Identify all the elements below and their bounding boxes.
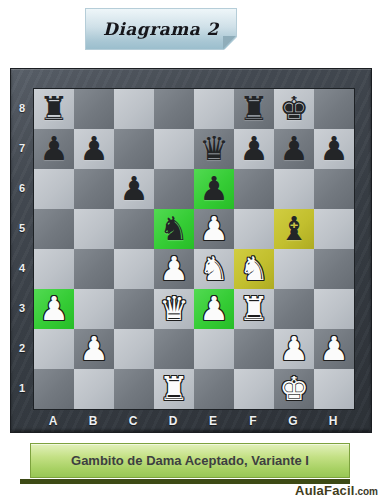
file-label-c: C	[113, 409, 153, 433]
square-b1[interactable]	[74, 369, 114, 409]
square-f1[interactable]	[234, 369, 274, 409]
square-g5[interactable]: ♝	[274, 209, 314, 249]
rank-label-6: 6	[11, 168, 33, 208]
square-f5[interactable]	[234, 209, 274, 249]
square-h4[interactable]	[314, 249, 354, 289]
square-g3[interactable]	[274, 289, 314, 329]
square-c8[interactable]	[114, 89, 154, 129]
square-g4[interactable]	[274, 249, 314, 289]
square-e6[interactable]: ♟	[194, 169, 234, 209]
square-g1[interactable]: ♚	[274, 369, 314, 409]
black-pawn-g7: ♟	[274, 129, 314, 169]
white-king-g1: ♚	[274, 369, 314, 409]
square-b4[interactable]	[74, 249, 114, 289]
file-label-h: H	[313, 409, 353, 433]
file-label-b: B	[73, 409, 113, 433]
square-c3[interactable]	[114, 289, 154, 329]
title-banner: Diagrama 2	[85, 8, 237, 50]
diagram-title: Diagrama 2	[103, 19, 219, 39]
square-d5[interactable]: ♞	[154, 209, 194, 249]
square-d2[interactable]	[154, 329, 194, 369]
square-f3[interactable]: ♜	[234, 289, 274, 329]
black-rook-a8: ♜	[34, 89, 74, 129]
black-queen-e7: ♛	[194, 129, 234, 169]
rank-label-3: 3	[11, 288, 33, 328]
square-h8[interactable]	[314, 89, 354, 129]
white-queen-d3: ♛	[154, 289, 194, 329]
black-pawn-h7: ♟	[314, 129, 354, 169]
square-h5[interactable]	[314, 209, 354, 249]
square-h6[interactable]	[314, 169, 354, 209]
square-e4[interactable]: ♞	[194, 249, 234, 289]
square-c5[interactable]	[114, 209, 154, 249]
square-h1[interactable]	[314, 369, 354, 409]
square-a2[interactable]	[34, 329, 74, 369]
white-pawn-g2: ♟	[274, 329, 314, 369]
square-c2[interactable]	[114, 329, 154, 369]
rank-label-1: 1	[11, 368, 33, 408]
square-e7[interactable]: ♛	[194, 129, 234, 169]
black-pawn-f7: ♟	[234, 129, 274, 169]
rank-label-7: 7	[11, 128, 33, 168]
square-d6[interactable]	[154, 169, 194, 209]
square-b7[interactable]: ♟	[74, 129, 114, 169]
square-f4[interactable]: ♞	[234, 249, 274, 289]
square-b8[interactable]	[74, 89, 114, 129]
square-b5[interactable]	[74, 209, 114, 249]
white-knight-f4: ♞	[234, 249, 274, 289]
square-h3[interactable]	[314, 289, 354, 329]
square-a4[interactable]	[34, 249, 74, 289]
file-label-e: E	[193, 409, 233, 433]
black-pawn-c6: ♟	[114, 169, 154, 209]
black-knight-d5: ♞	[154, 209, 194, 249]
white-pawn-h2: ♟	[314, 329, 354, 369]
square-g8[interactable]: ♚	[274, 89, 314, 129]
file-label-g: G	[273, 409, 313, 433]
rank-label-5: 5	[11, 208, 33, 248]
white-pawn-a3: ♟	[34, 289, 74, 329]
white-knight-e4: ♞	[194, 249, 234, 289]
square-h2[interactable]: ♟	[314, 329, 354, 369]
rank-label-4: 4	[11, 248, 33, 288]
square-d4[interactable]: ♟	[154, 249, 194, 289]
square-a7[interactable]: ♟	[34, 129, 74, 169]
square-f7[interactable]: ♟	[234, 129, 274, 169]
file-label-d: D	[153, 409, 193, 433]
black-pawn-a7: ♟	[34, 129, 74, 169]
black-bishop-g5: ♝	[274, 209, 314, 249]
black-rook-f8: ♜	[234, 89, 274, 129]
square-b2[interactable]: ♟	[74, 329, 114, 369]
square-e5[interactable]: ♟	[194, 209, 234, 249]
square-a5[interactable]	[34, 209, 74, 249]
square-b6[interactable]	[74, 169, 114, 209]
white-pawn-e5: ♟	[194, 209, 234, 249]
square-g6[interactable]	[274, 169, 314, 209]
square-d8[interactable]	[154, 89, 194, 129]
caption-banner: Gambito de Dama Aceptado, Variante I	[30, 443, 350, 478]
square-d3[interactable]: ♛	[154, 289, 194, 329]
square-a8[interactable]: ♜	[34, 89, 74, 129]
file-label-a: A	[33, 409, 73, 433]
square-d7[interactable]	[154, 129, 194, 169]
square-c4[interactable]	[114, 249, 154, 289]
square-c1[interactable]	[114, 369, 154, 409]
square-a1[interactable]	[34, 369, 74, 409]
square-f6[interactable]	[234, 169, 274, 209]
square-c6[interactable]: ♟	[114, 169, 154, 209]
opening-caption: Gambito de Dama Aceptado, Variante I	[71, 453, 309, 468]
square-g7[interactable]: ♟	[274, 129, 314, 169]
square-e1[interactable]	[194, 369, 234, 409]
square-e2[interactable]	[194, 329, 234, 369]
white-pawn-e3: ♟	[194, 289, 234, 329]
square-a3[interactable]: ♟	[34, 289, 74, 329]
white-rook-f3: ♜	[234, 289, 274, 329]
watermark-brand: AulaFacil	[295, 483, 355, 497]
aulafacil-watermark: AulaFacil.com	[295, 481, 378, 497]
square-e3[interactable]: ♟	[194, 289, 234, 329]
rank-label-8: 8	[11, 88, 33, 128]
file-label-f: F	[233, 409, 273, 433]
square-f2[interactable]	[234, 329, 274, 369]
square-d1[interactable]: ♜	[154, 369, 194, 409]
square-e8[interactable]	[194, 89, 234, 129]
board-squares: ♜♜♚♟♟♛♟♟♟♟♟♞♟♝♟♞♞♟♛♟♜♟♟♟♜♚	[33, 88, 355, 410]
black-king-g8: ♚	[274, 89, 314, 129]
square-b3[interactable]	[74, 289, 114, 329]
square-a6[interactable]	[34, 169, 74, 209]
watermark-tld: .com	[355, 486, 378, 497]
white-pawn-d4: ♟	[154, 249, 194, 289]
square-g2[interactable]: ♟	[274, 329, 314, 369]
square-c7[interactable]	[114, 129, 154, 169]
chess-board-frame: 87654321 ♜♜♚♟♟♛♟♟♟♟♟♞♟♝♟♞♞♟♛♟♜♟♟♟♜♚ ABCD…	[10, 68, 372, 433]
rank-label-2: 2	[11, 328, 33, 368]
file-labels: ABCDEFGH	[33, 409, 353, 433]
black-pawn-b7: ♟	[74, 129, 114, 169]
black-pawn-e6: ♟	[194, 169, 234, 209]
square-f8[interactable]: ♜	[234, 89, 274, 129]
square-h7[interactable]: ♟	[314, 129, 354, 169]
white-rook-d1: ♜	[154, 369, 194, 409]
white-pawn-b2: ♟	[74, 329, 114, 369]
rank-labels: 87654321	[11, 88, 33, 408]
